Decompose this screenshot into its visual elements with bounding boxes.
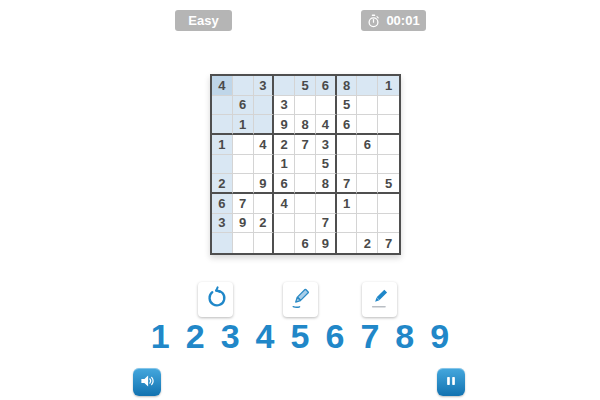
sudoku-cell[interactable]: 6 (295, 233, 316, 253)
sudoku-cell[interactable] (357, 214, 378, 234)
sudoku-cell[interactable]: 7 (316, 214, 337, 234)
timer-value: 00:01 (386, 13, 419, 28)
notes-button[interactable] (283, 282, 318, 317)
pencil-icon (368, 286, 392, 313)
sudoku-cell[interactable] (233, 233, 254, 253)
sudoku-cell[interactable] (212, 155, 233, 175)
numpad-digit-7[interactable]: 7 (360, 316, 379, 356)
sudoku-cell[interactable]: 4 (316, 115, 337, 135)
numpad-digit-1[interactable]: 1 (151, 316, 170, 356)
sudoku-cell[interactable]: 4 (254, 135, 275, 155)
sudoku-cell[interactable]: 8 (337, 76, 358, 96)
undo-icon (204, 286, 228, 313)
number-pad: 123456789 (0, 316, 600, 356)
sudoku-cell[interactable]: 8 (316, 174, 337, 194)
sudoku-cell[interactable]: 2 (357, 233, 378, 253)
sudoku-cell[interactable] (357, 155, 378, 175)
sudoku-cell[interactable] (254, 115, 275, 135)
sudoku-cell[interactable] (337, 135, 358, 155)
sudoku-cell[interactable]: 1 (337, 194, 358, 214)
sudoku-cell[interactable]: 2 (274, 135, 295, 155)
sudoku-cell[interactable] (337, 214, 358, 234)
sudoku-cell[interactable]: 3 (274, 96, 295, 116)
sudoku-cell[interactable]: 7 (337, 174, 358, 194)
sudoku-cell[interactable]: 3 (316, 135, 337, 155)
sudoku-cell[interactable] (233, 174, 254, 194)
sudoku-cell[interactable]: 7 (295, 135, 316, 155)
sudoku-cell[interactable] (295, 194, 316, 214)
sudoku-cell[interactable]: 5 (378, 174, 399, 194)
sudoku-cell[interactable]: 1 (274, 155, 295, 175)
difficulty-label: Easy (188, 13, 218, 28)
pencil-notes-icon (289, 286, 313, 313)
sudoku-cell[interactable] (316, 194, 337, 214)
sudoku-cell[interactable] (357, 194, 378, 214)
sudoku-cell[interactable] (233, 155, 254, 175)
sudoku-cell[interactable] (233, 76, 254, 96)
sudoku-cell[interactable] (212, 96, 233, 116)
sudoku-cell[interactable]: 6 (316, 76, 337, 96)
sudoku-cell[interactable] (378, 115, 399, 135)
sudoku-cell[interactable] (295, 174, 316, 194)
sudoku-cell[interactable] (233, 135, 254, 155)
numpad-digit-2[interactable]: 2 (186, 316, 205, 356)
sudoku-cell[interactable] (378, 155, 399, 175)
sudoku-cell[interactable]: 6 (337, 115, 358, 135)
sudoku-cell[interactable]: 5 (295, 76, 316, 96)
sudoku-cell[interactable] (212, 115, 233, 135)
sudoku-cell[interactable]: 1 (378, 76, 399, 96)
numpad-digit-6[interactable]: 6 (325, 316, 344, 356)
pause-button[interactable] (437, 368, 465, 396)
sudoku-cell[interactable]: 5 (316, 155, 337, 175)
sudoku-cell[interactable] (254, 96, 275, 116)
numpad-digit-3[interactable]: 3 (221, 316, 240, 356)
speaker-icon (138, 372, 156, 393)
numpad-digit-4[interactable]: 4 (256, 316, 275, 356)
sudoku-cell[interactable] (337, 155, 358, 175)
sudoku-cell[interactable] (274, 76, 295, 96)
sudoku-cell[interactable]: 9 (254, 174, 275, 194)
numpad-digit-9[interactable]: 9 (430, 316, 449, 356)
sudoku-cell[interactable] (254, 194, 275, 214)
sudoku-cell[interactable]: 9 (233, 214, 254, 234)
sudoku-cell[interactable]: 4 (274, 194, 295, 214)
sudoku-cell[interactable]: 6 (233, 96, 254, 116)
sudoku-cell[interactable] (357, 76, 378, 96)
sudoku-board: 4356816351984614273615296875674139276927 (210, 74, 401, 255)
sudoku-cell[interactable] (274, 233, 295, 253)
numpad-digit-8[interactable]: 8 (395, 316, 414, 356)
sudoku-cell[interactable]: 9 (316, 233, 337, 253)
sudoku-cell[interactable]: 6 (357, 135, 378, 155)
timer-badge: 00:01 (361, 10, 426, 31)
sudoku-cell[interactable]: 3 (254, 76, 275, 96)
pause-icon (443, 373, 459, 392)
sudoku-cell[interactable]: 5 (337, 96, 358, 116)
sudoku-cell[interactable] (357, 174, 378, 194)
sudoku-cell[interactable]: 2 (212, 174, 233, 194)
sudoku-cell[interactable]: 1 (233, 115, 254, 135)
sudoku-cell[interactable] (378, 214, 399, 234)
sudoku-cell[interactable] (295, 96, 316, 116)
undo-button[interactable] (198, 282, 233, 317)
sound-button[interactable] (133, 368, 161, 396)
sudoku-cell[interactable]: 7 (233, 194, 254, 214)
stopwatch-icon (367, 14, 380, 28)
sudoku-cell[interactable] (357, 96, 378, 116)
sudoku-cell[interactable]: 9 (274, 115, 295, 135)
sudoku-cell[interactable]: 2 (254, 214, 275, 234)
sudoku-cell[interactable]: 4 (212, 76, 233, 96)
sudoku-cell[interactable] (274, 214, 295, 234)
sudoku-cell[interactable] (212, 233, 233, 253)
sudoku-cell[interactable]: 3 (212, 214, 233, 234)
sudoku-cell[interactable] (337, 233, 358, 253)
numpad-digit-5[interactable]: 5 (291, 316, 310, 356)
sudoku-cell[interactable] (295, 155, 316, 175)
sudoku-cell[interactable] (295, 214, 316, 234)
sudoku-cell[interactable]: 1 (212, 135, 233, 155)
sudoku-cell[interactable] (378, 194, 399, 214)
sudoku-cell[interactable] (378, 96, 399, 116)
sudoku-cell[interactable]: 8 (295, 115, 316, 135)
sudoku-cell[interactable] (316, 96, 337, 116)
sudoku-cell[interactable]: 7 (378, 233, 399, 253)
sudoku-cell[interactable]: 6 (274, 174, 295, 194)
difficulty-badge: Easy (175, 10, 232, 31)
sudoku-app: Easy 00:01 43568163519846142736152968756… (0, 0, 600, 400)
pencil-button[interactable] (362, 282, 397, 317)
sudoku-cell[interactable] (378, 135, 399, 155)
sudoku-cell[interactable] (254, 233, 275, 253)
sudoku-cell[interactable]: 6 (212, 194, 233, 214)
sudoku-cell[interactable] (254, 155, 275, 175)
sudoku-cell[interactable] (357, 115, 378, 135)
